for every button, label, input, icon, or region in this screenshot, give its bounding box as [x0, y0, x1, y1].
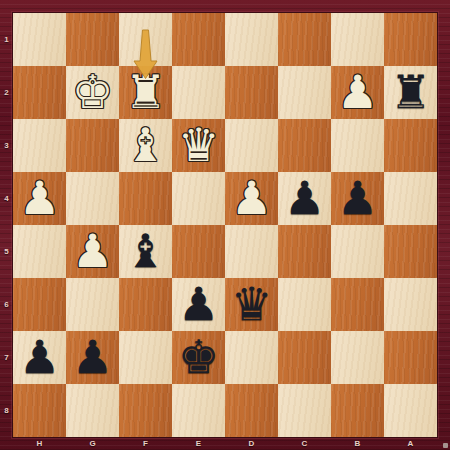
rank-label-5: 5	[0, 225, 13, 278]
square-g6[interactable]	[66, 278, 119, 331]
square-d8[interactable]	[225, 384, 278, 437]
square-d1[interactable]	[225, 13, 278, 66]
piece-white-pawn-g5[interactable]: ♟	[72, 228, 113, 274]
square-c3[interactable]	[278, 119, 331, 172]
square-f8[interactable]	[119, 384, 172, 437]
square-e4[interactable]	[172, 172, 225, 225]
file-label-c: C	[278, 437, 331, 450]
square-h5[interactable]	[13, 225, 66, 278]
square-a7[interactable]	[384, 331, 437, 384]
square-f1[interactable]	[119, 13, 172, 66]
square-e8[interactable]	[172, 384, 225, 437]
square-a4[interactable]	[384, 172, 437, 225]
square-d5[interactable]	[225, 225, 278, 278]
file-label-f: F	[119, 437, 172, 450]
square-a3[interactable]	[384, 119, 437, 172]
square-e2[interactable]	[172, 66, 225, 119]
square-c1[interactable]	[278, 13, 331, 66]
piece-white-queen-e3[interactable]: ♛	[178, 122, 219, 168]
square-e7[interactable]: ♚	[172, 331, 225, 384]
square-b1[interactable]	[331, 13, 384, 66]
square-h1[interactable]	[13, 13, 66, 66]
square-b5[interactable]	[331, 225, 384, 278]
piece-black-queen-d6[interactable]: ♛	[231, 281, 272, 327]
piece-white-pawn-d4[interactable]: ♟	[231, 175, 272, 221]
file-label-d: D	[225, 437, 278, 450]
chess-board-frame: ♚♜♟♜♝♛♟♟♟♟♟♝♟♛♟♟♚ 12345678HGFEDCBA	[0, 0, 450, 450]
square-c2[interactable]	[278, 66, 331, 119]
square-c6[interactable]	[278, 278, 331, 331]
square-a2[interactable]: ♜	[384, 66, 437, 119]
square-g7[interactable]: ♟	[66, 331, 119, 384]
square-d4[interactable]: ♟	[225, 172, 278, 225]
rank-label-4: 4	[0, 172, 13, 225]
square-g3[interactable]	[66, 119, 119, 172]
piece-black-king-e7[interactable]: ♚	[178, 334, 219, 380]
square-a1[interactable]	[384, 13, 437, 66]
square-f2[interactable]: ♜	[119, 66, 172, 119]
square-e1[interactable]	[172, 13, 225, 66]
square-g4[interactable]	[66, 172, 119, 225]
rank-label-6: 6	[0, 278, 13, 331]
rank-label-2: 2	[0, 66, 13, 119]
piece-black-bishop-f5[interactable]: ♝	[125, 228, 166, 274]
rank-label-3: 3	[0, 119, 13, 172]
rank-label-8: 8	[0, 384, 13, 437]
square-f7[interactable]	[119, 331, 172, 384]
square-d3[interactable]	[225, 119, 278, 172]
piece-black-pawn-h7[interactable]: ♟	[19, 334, 60, 380]
square-b4[interactable]: ♟	[331, 172, 384, 225]
square-b2[interactable]: ♟	[331, 66, 384, 119]
square-d6[interactable]: ♛	[225, 278, 278, 331]
piece-black-pawn-b4[interactable]: ♟	[337, 175, 378, 221]
square-e6[interactable]: ♟	[172, 278, 225, 331]
piece-white-king-g2[interactable]: ♚	[72, 69, 113, 115]
piece-white-pawn-h4[interactable]: ♟	[19, 175, 60, 221]
piece-white-pawn-b2[interactable]: ♟	[337, 69, 378, 115]
piece-white-rook-f2[interactable]: ♜	[125, 69, 166, 115]
square-c7[interactable]	[278, 331, 331, 384]
file-label-h: H	[13, 437, 66, 450]
square-c4[interactable]: ♟	[278, 172, 331, 225]
square-h7[interactable]: ♟	[13, 331, 66, 384]
square-d2[interactable]	[225, 66, 278, 119]
rank-label-1: 1	[0, 13, 13, 66]
file-label-e: E	[172, 437, 225, 450]
square-b7[interactable]	[331, 331, 384, 384]
square-g8[interactable]	[66, 384, 119, 437]
square-e5[interactable]	[172, 225, 225, 278]
square-a8[interactable]	[384, 384, 437, 437]
piece-black-pawn-g7[interactable]: ♟	[72, 334, 113, 380]
square-b3[interactable]	[331, 119, 384, 172]
square-a6[interactable]	[384, 278, 437, 331]
square-f4[interactable]	[119, 172, 172, 225]
piece-white-bishop-f3[interactable]: ♝	[125, 122, 166, 168]
square-h8[interactable]	[13, 384, 66, 437]
square-c8[interactable]	[278, 384, 331, 437]
square-h2[interactable]	[13, 66, 66, 119]
square-a5[interactable]	[384, 225, 437, 278]
square-c5[interactable]	[278, 225, 331, 278]
file-label-a: A	[384, 437, 437, 450]
rank-label-7: 7	[0, 331, 13, 384]
chess-board: ♚♜♟♜♝♛♟♟♟♟♟♝♟♛♟♟♚	[13, 13, 437, 437]
square-g2[interactable]: ♚	[66, 66, 119, 119]
square-e3[interactable]: ♛	[172, 119, 225, 172]
square-h4[interactable]: ♟	[13, 172, 66, 225]
square-h6[interactable]	[13, 278, 66, 331]
square-f5[interactable]: ♝	[119, 225, 172, 278]
square-f3[interactable]: ♝	[119, 119, 172, 172]
file-label-b: B	[331, 437, 384, 450]
square-g5[interactable]: ♟	[66, 225, 119, 278]
square-b6[interactable]	[331, 278, 384, 331]
square-b8[interactable]	[331, 384, 384, 437]
square-h3[interactable]	[13, 119, 66, 172]
square-f6[interactable]	[119, 278, 172, 331]
piece-black-pawn-c4[interactable]: ♟	[284, 175, 325, 221]
square-g1[interactable]	[66, 13, 119, 66]
square-d7[interactable]	[225, 331, 278, 384]
piece-black-rook-a2[interactable]: ♜	[390, 69, 431, 115]
piece-black-pawn-e6[interactable]: ♟	[178, 281, 219, 327]
file-label-g: G	[66, 437, 119, 450]
corner-dot	[443, 443, 448, 448]
